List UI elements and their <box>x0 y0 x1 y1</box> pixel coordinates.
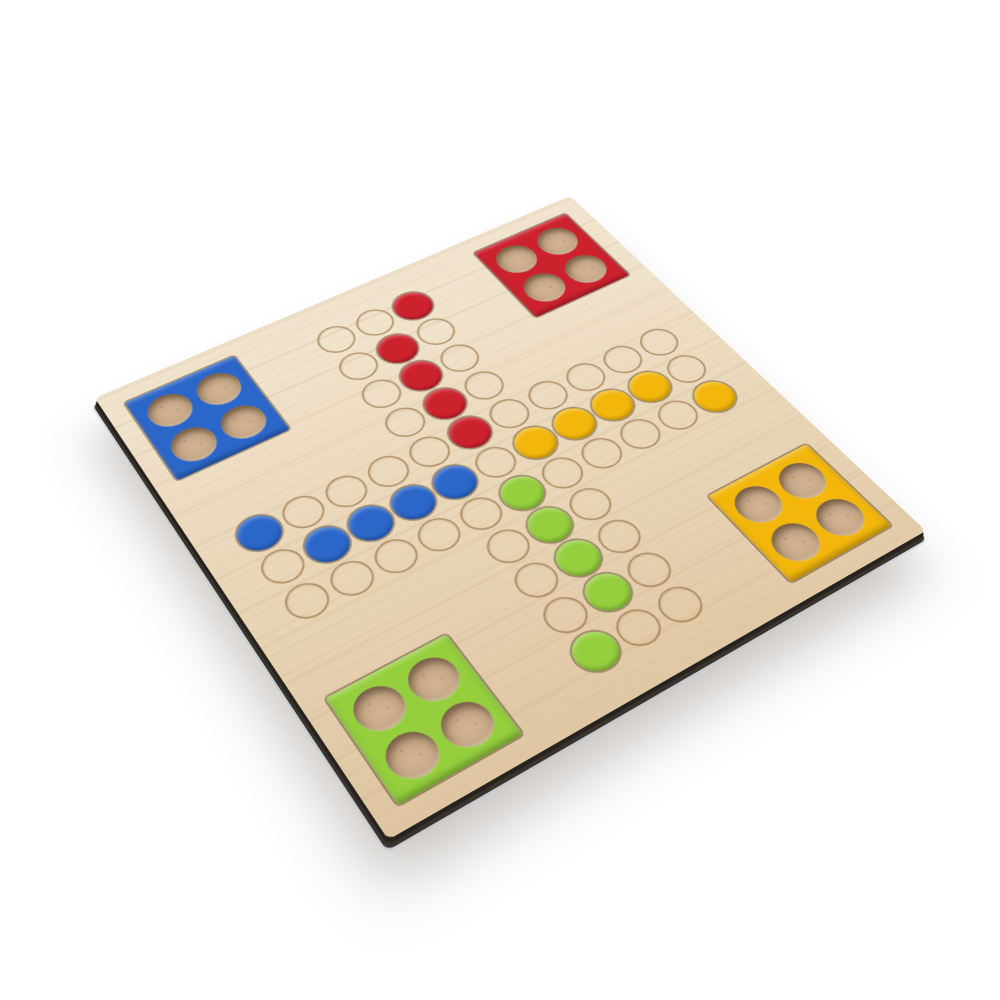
blue-home-hole-4 <box>213 399 274 445</box>
blue-home-hole-3 <box>163 421 224 468</box>
track-cell-ring(-5,1) <box>276 576 336 626</box>
red-home-hole-2 <box>529 223 585 260</box>
home-base-yellow <box>708 444 892 583</box>
photo-scene <box>0 0 1000 1000</box>
red-home-hole-4 <box>557 250 614 288</box>
track-cells <box>95 196 570 398</box>
green-home-hole-4 <box>431 693 504 756</box>
green-home-hole-2 <box>398 649 469 709</box>
green-home-hole-3 <box>376 723 449 788</box>
home-base-green <box>325 634 523 805</box>
home-base-red <box>474 214 630 318</box>
red-home-hole-1 <box>488 240 545 278</box>
ludo-board <box>95 196 926 840</box>
home-base-blue <box>124 356 289 481</box>
blue-home-hole-1 <box>140 388 200 433</box>
blue-home-hole-2 <box>189 367 249 411</box>
green-home-hole-1 <box>344 678 416 740</box>
red-home-hole-3 <box>516 268 574 307</box>
